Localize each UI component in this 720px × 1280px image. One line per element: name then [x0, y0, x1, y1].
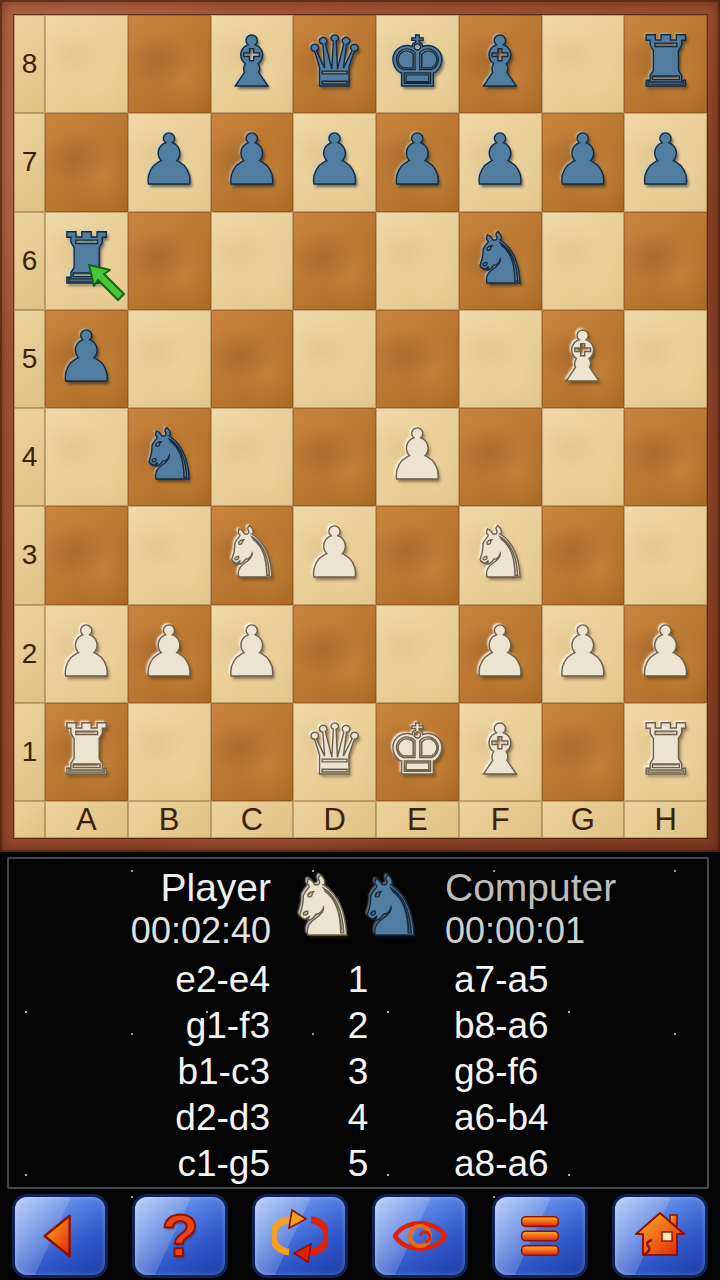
square-d7[interactable]: ♟ [293, 113, 376, 211]
square-g6[interactable] [542, 212, 625, 310]
square-d5[interactable] [293, 310, 376, 408]
chess-board: 8♝♛♚♝♜7♟♟♟♟♟♟♟6♜♞5♟♝4♞♟3♞♟♞2♟♟♟♟♟♟1♜♛♚♝♜… [14, 15, 707, 838]
black-R-piece: ♜ [634, 27, 697, 97]
move-black-2: b8-a6 [406, 1003, 707, 1049]
square-d6[interactable] [293, 212, 376, 310]
file-label-H: H [624, 801, 707, 838]
square-c8[interactable]: ♝ [211, 15, 294, 113]
black-B-piece: ♝ [220, 27, 283, 97]
white-P-piece: ♟ [386, 420, 449, 490]
square-c1[interactable] [211, 703, 294, 801]
move-no-4: 4 [310, 1095, 406, 1141]
white-B-piece: ♝ [551, 322, 614, 392]
square-d3[interactable]: ♟ [293, 506, 376, 604]
black-P-piece: ♟ [634, 125, 697, 195]
restart-button[interactable] [252, 1194, 348, 1278]
move-no-2: 2 [310, 1003, 406, 1049]
file-label-B: B [128, 801, 211, 838]
toolbar-slot: ? [120, 1191, 240, 1280]
square-c7[interactable]: ♟ [211, 113, 294, 211]
move-white-5: c1-g5 [9, 1141, 310, 1187]
white-P-piece: ♟ [303, 518, 366, 588]
white-knight-icon: ♞ [286, 864, 360, 950]
black-player-name: Computer [445, 866, 707, 910]
black-P-piece: ♟ [303, 125, 366, 195]
white-K-piece: ♚ [386, 715, 449, 785]
white-player-block: Player 00:02:40 [9, 866, 275, 952]
black-B-piece: ♝ [469, 27, 532, 97]
white-N-piece: ♞ [469, 518, 532, 588]
square-b8[interactable] [128, 15, 211, 113]
game-info-panel: Player 00:02:40 ♞ ♞ Computer 00:00:01 e2… [7, 857, 709, 1189]
square-e4[interactable]: ♟ [376, 408, 459, 506]
square-a5[interactable]: ♟ [45, 310, 128, 408]
back-arrow-icon [33, 1209, 87, 1263]
square-e2[interactable] [376, 605, 459, 703]
black-N-piece: ♞ [469, 224, 532, 294]
menu-button[interactable] [492, 1194, 588, 1278]
white-P-piece: ♟ [138, 617, 201, 687]
file-label-G: G [542, 801, 625, 838]
chess-app-screen: 8♝♛♚♝♜7♟♟♟♟♟♟♟6♜♞5♟♝4♞♟3♞♟♞2♟♟♟♟♟♟1♜♛♚♝♜… [0, 0, 720, 1280]
square-h5[interactable] [624, 310, 707, 408]
square-d2[interactable] [293, 605, 376, 703]
square-h7[interactable]: ♟ [624, 113, 707, 211]
white-B-piece: ♝ [469, 715, 532, 785]
square-h8[interactable]: ♜ [624, 15, 707, 113]
file-label-F: F [459, 801, 542, 838]
move-black-5: a8-a6 [406, 1141, 707, 1187]
move-white-2: g1-f3 [9, 1003, 310, 1049]
square-g2[interactable]: ♟ [542, 605, 625, 703]
square-e3[interactable] [376, 506, 459, 604]
square-b1[interactable] [128, 703, 211, 801]
square-f8[interactable]: ♝ [459, 15, 542, 113]
square-g3[interactable] [542, 506, 625, 604]
white-player-name: Player [9, 866, 271, 910]
square-e6[interactable] [376, 212, 459, 310]
black-K-piece: ♚ [386, 27, 449, 97]
black-P-piece: ♟ [138, 125, 201, 195]
rank-label-8: 8 [14, 15, 45, 113]
rank-label-3: 3 [14, 506, 45, 604]
square-b3[interactable] [128, 506, 211, 604]
square-b2[interactable]: ♟ [128, 605, 211, 703]
white-N-piece: ♞ [220, 518, 283, 588]
square-e7[interactable]: ♟ [376, 113, 459, 211]
square-b4[interactable]: ♞ [128, 408, 211, 506]
black-P-piece: ♟ [220, 125, 283, 195]
square-a1[interactable]: ♜ [45, 703, 128, 801]
square-c3[interactable]: ♞ [211, 506, 294, 604]
square-f1[interactable]: ♝ [459, 703, 542, 801]
help-button[interactable]: ? [132, 1194, 228, 1278]
black-N-piece: ♞ [138, 420, 201, 490]
player-icons: ♞ ♞ [275, 866, 439, 952]
square-c4[interactable] [211, 408, 294, 506]
white-P-piece: ♟ [220, 617, 283, 687]
square-f5[interactable] [459, 310, 542, 408]
square-h4[interactable] [624, 408, 707, 506]
black-P-piece: ♟ [469, 125, 532, 195]
rank-label-6: 6 [14, 212, 45, 310]
file-label-A: A [45, 801, 128, 838]
rank-label-2: 2 [14, 605, 45, 703]
square-h3[interactable] [624, 506, 707, 604]
black-knight-icon: ♞ [354, 864, 428, 950]
square-f3[interactable]: ♞ [459, 506, 542, 604]
white-P-piece: ♟ [634, 617, 697, 687]
white-player-clock: 00:02:40 [9, 910, 271, 952]
toolbar-slot [240, 1191, 360, 1280]
toolbar: ? [0, 1191, 720, 1280]
square-e8[interactable]: ♚ [376, 15, 459, 113]
white-P-piece: ♟ [55, 617, 118, 687]
white-R-piece: ♜ [55, 715, 118, 785]
move-black-3: g8-f6 [406, 1049, 707, 1095]
square-b7[interactable]: ♟ [128, 113, 211, 211]
back-button[interactable] [12, 1194, 108, 1278]
move-white-3: b1-c3 [9, 1049, 310, 1095]
board-corner [14, 801, 45, 838]
square-g7[interactable]: ♟ [542, 113, 625, 211]
square-h1[interactable]: ♜ [624, 703, 707, 801]
move-no-5: 5 [310, 1141, 406, 1187]
toolbar-slot [0, 1191, 120, 1280]
refresh-arrows-icon [272, 1208, 328, 1264]
square-f4[interactable] [459, 408, 542, 506]
eye-icon [391, 1209, 449, 1263]
square-a4[interactable] [45, 408, 128, 506]
file-label-E: E [376, 801, 459, 838]
rank-label-1: 1 [14, 703, 45, 801]
white-R-piece: ♜ [634, 715, 697, 785]
square-h2[interactable]: ♟ [624, 605, 707, 703]
toolbar-slot [600, 1191, 720, 1280]
black-P-piece: ♟ [55, 322, 118, 392]
square-f7[interactable]: ♟ [459, 113, 542, 211]
players-header: Player 00:02:40 ♞ ♞ Computer 00:00:01 [9, 859, 707, 957]
square-h6[interactable] [624, 212, 707, 310]
move-white-1: e2-e4 [9, 957, 310, 1003]
last-move-arrow-icon [84, 260, 128, 304]
black-Q-piece: ♛ [303, 27, 366, 97]
board-frame: 8♝♛♚♝♜7♟♟♟♟♟♟♟6♜♞5♟♝4♞♟3♞♟♞2♟♟♟♟♟♟1♜♛♚♝♜… [0, 0, 720, 852]
toolbar-slot [360, 1191, 480, 1280]
black-P-piece: ♟ [551, 125, 614, 195]
question-mark-icon: ? [162, 1201, 199, 1270]
square-e5[interactable] [376, 310, 459, 408]
black-player-clock: 00:00:01 [445, 910, 707, 952]
square-f6[interactable]: ♞ [459, 212, 542, 310]
rank-label-5: 5 [14, 310, 45, 408]
rank-label-7: 7 [14, 113, 45, 211]
menu-bars-icon [513, 1209, 567, 1263]
home-button[interactable] [612, 1194, 708, 1278]
home-icon [632, 1208, 688, 1264]
square-c5[interactable] [211, 310, 294, 408]
square-a2[interactable]: ♟ [45, 605, 128, 703]
square-f2[interactable]: ♟ [459, 605, 542, 703]
square-c6[interactable] [211, 212, 294, 310]
square-b5[interactable] [128, 310, 211, 408]
move-no-1: 1 [310, 957, 406, 1003]
square-e1[interactable]: ♚ [376, 703, 459, 801]
square-d1[interactable]: ♛ [293, 703, 376, 801]
square-d4[interactable] [293, 408, 376, 506]
white-Q-piece: ♛ [303, 715, 366, 785]
black-player-block: Computer 00:00:01 [439, 866, 707, 952]
square-d8[interactable]: ♛ [293, 15, 376, 113]
move-black-4: a6-b4 [406, 1095, 707, 1141]
square-a3[interactable] [45, 506, 128, 604]
view-button[interactable] [372, 1194, 468, 1278]
square-b6[interactable] [128, 212, 211, 310]
square-c2[interactable]: ♟ [211, 605, 294, 703]
square-g8[interactable] [542, 15, 625, 113]
square-a7[interactable] [45, 113, 128, 211]
file-label-D: D [293, 801, 376, 838]
move-list: e2-e41a7-a5g1-f32b8-a6b1-c33g8-f6d2-d34a… [9, 957, 707, 1187]
move-black-1: a7-a5 [406, 957, 707, 1003]
square-a6[interactable]: ♜ [45, 212, 128, 310]
white-P-piece: ♟ [469, 617, 532, 687]
square-g1[interactable] [542, 703, 625, 801]
square-g5[interactable]: ♝ [542, 310, 625, 408]
black-P-piece: ♟ [386, 125, 449, 195]
square-g4[interactable] [542, 408, 625, 506]
white-P-piece: ♟ [551, 617, 614, 687]
rank-label-4: 4 [14, 408, 45, 506]
move-no-3: 3 [310, 1049, 406, 1095]
move-white-4: d2-d3 [9, 1095, 310, 1141]
square-a8[interactable] [45, 15, 128, 113]
toolbar-slot [480, 1191, 600, 1280]
file-label-C: C [211, 801, 294, 838]
